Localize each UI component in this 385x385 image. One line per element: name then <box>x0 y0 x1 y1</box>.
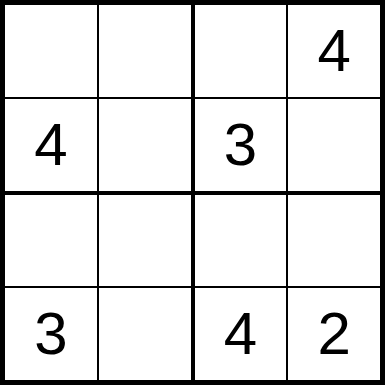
cell-r1c1[interactable] <box>5 5 97 97</box>
box-bottom-right: 4 2 <box>195 195 381 381</box>
cell-r2c2[interactable] <box>99 99 191 191</box>
cell-r1c3[interactable] <box>195 5 287 97</box>
box-bottom-left: 3 <box>5 195 191 381</box>
cell-r2c4[interactable] <box>288 99 380 191</box>
cell-r4c3[interactable]: 4 <box>195 288 287 380</box>
box-top-left: 4 <box>5 5 191 191</box>
cell-r3c2[interactable] <box>99 195 191 287</box>
cell-r3c4[interactable] <box>288 195 380 287</box>
cell-r4c1[interactable]: 3 <box>5 288 97 380</box>
cell-r4c4[interactable]: 2 <box>288 288 380 380</box>
cell-r2c1[interactable]: 4 <box>5 99 97 191</box>
cell-r1c2[interactable] <box>99 5 191 97</box>
cell-r1c4[interactable]: 4 <box>288 5 380 97</box>
sudoku-board: 4 4 3 3 4 2 <box>0 0 385 385</box>
cell-r2c3[interactable]: 3 <box>195 99 287 191</box>
box-top-right: 4 3 <box>195 5 381 191</box>
cell-r3c3[interactable] <box>195 195 287 287</box>
cell-r3c1[interactable] <box>5 195 97 287</box>
cell-r4c2[interactable] <box>99 288 191 380</box>
